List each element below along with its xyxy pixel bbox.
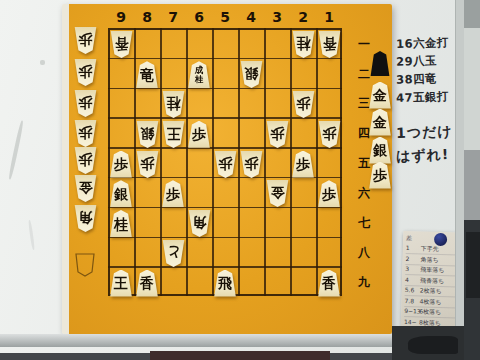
square-31[interactable] — [264, 28, 290, 57]
chair-silhouette — [466, 232, 480, 298]
square-38[interactable] — [264, 237, 290, 266]
note-line-2: 29八玉 — [396, 53, 438, 69]
square-15[interactable] — [316, 147, 342, 176]
square-53[interactable] — [212, 88, 238, 117]
square-68[interactable] — [186, 237, 212, 266]
square-87[interactable] — [134, 207, 160, 236]
square-18[interactable] — [316, 237, 342, 266]
square-33[interactable] — [264, 88, 290, 117]
paper-row-num: 7.8 — [404, 297, 419, 306]
square-79[interactable] — [160, 266, 186, 295]
square-66[interactable] — [186, 177, 212, 206]
square-57[interactable] — [212, 207, 238, 236]
square-48[interactable] — [238, 237, 264, 266]
piece-glyph: 歩 — [74, 147, 97, 174]
rank-label-8: 八 — [355, 244, 373, 261]
square-93[interactable] — [108, 88, 134, 117]
square-17[interactable] — [316, 207, 342, 236]
note-line-1: 16六金打 — [396, 35, 450, 52]
square-29[interactable] — [290, 266, 316, 295]
wall-top-right — [464, 0, 480, 28]
rank-label-1: 一 — [355, 36, 373, 53]
square-41[interactable] — [238, 28, 264, 57]
square-56[interactable] — [212, 177, 238, 206]
square-61[interactable] — [186, 28, 212, 57]
square-52[interactable] — [212, 58, 238, 87]
square-37[interactable] — [264, 207, 290, 236]
square-63[interactable] — [186, 88, 212, 117]
whiteboard-smudge — [40, 60, 45, 65]
square-69[interactable] — [186, 266, 212, 295]
square-46[interactable] — [238, 177, 264, 206]
note-comment-2: はずれ! — [396, 146, 450, 166]
paper-row-num: 4 — [405, 276, 420, 285]
whiteboard-smudge — [8, 120, 24, 180]
piece-glyph: 金 — [369, 109, 392, 136]
square-88[interactable] — [134, 237, 160, 266]
square-24[interactable] — [290, 117, 316, 146]
file-label-6: 6 — [186, 9, 212, 25]
square-77[interactable] — [160, 207, 186, 236]
piece-glyph: 金 — [369, 82, 392, 109]
rank-label-2: 二 — [355, 66, 373, 83]
file-label-5: 5 — [212, 9, 238, 25]
file-label-1: 1 — [316, 9, 342, 25]
square-98[interactable] — [108, 237, 134, 266]
note-line-3: 38四竜 — [396, 71, 438, 87]
piece-glyph: 歩 — [74, 90, 97, 117]
square-49[interactable] — [238, 266, 264, 295]
square-81[interactable] — [134, 28, 160, 57]
square-72[interactable] — [160, 58, 186, 87]
turn-marker[interactable] — [370, 51, 390, 76]
file-label-9: 9 — [108, 9, 134, 25]
piece-glyph: 金 — [74, 175, 97, 202]
square-27[interactable] — [290, 207, 316, 236]
whiteboard-tray — [0, 334, 392, 347]
note-comment-1: 1つだけ — [396, 123, 453, 143]
square-22[interactable] — [290, 58, 316, 87]
wall-right — [464, 150, 480, 220]
piece-outline-mark — [75, 253, 95, 277]
paper-row-num: 9~13 — [404, 307, 419, 316]
square-26[interactable] — [290, 177, 316, 206]
file-label-7: 7 — [160, 9, 186, 25]
piece-glyph: 角 — [74, 205, 97, 232]
file-label-8: 8 — [134, 9, 160, 25]
square-12[interactable] — [316, 58, 342, 87]
square-94[interactable] — [108, 117, 134, 146]
square-47[interactable] — [238, 207, 264, 236]
square-43[interactable] — [238, 88, 264, 117]
square-13[interactable] — [316, 88, 342, 117]
square-32[interactable] — [264, 58, 290, 87]
paper-row-num: 2 — [405, 255, 420, 264]
paper-row-num: 3 — [405, 265, 420, 274]
file-label-4: 4 — [238, 9, 264, 25]
rank-label-9: 九 — [355, 274, 373, 291]
square-83[interactable] — [134, 88, 160, 117]
square-58[interactable] — [212, 237, 238, 266]
rank-label-7: 七 — [355, 215, 373, 232]
dark-object-bottom-right — [408, 336, 458, 354]
square-54[interactable] — [212, 117, 238, 146]
piece-glyph: 歩 — [74, 27, 97, 54]
photo-of-demo-shogi-board: 987654321一二三四五六七八九香桂香竜成 桂銀桂歩銀王歩歩歩歩歩歩歩歩銀歩… — [0, 0, 480, 360]
whiteboard-smudge — [28, 220, 35, 250]
floor-red-strip — [150, 351, 330, 360]
window-right — [464, 28, 480, 152]
square-75[interactable] — [160, 147, 186, 176]
paper-row-num: 5.6 — [405, 286, 420, 295]
file-label-2: 2 — [290, 9, 316, 25]
piece-glyph: 歩 — [74, 59, 97, 86]
square-71[interactable] — [160, 28, 186, 57]
note-line-4: 47五銀打 — [396, 89, 450, 106]
paper-row-num: 1 — [406, 244, 421, 253]
square-65[interactable] — [186, 147, 212, 176]
demo-board: 987654321一二三四五六七八九香桂香竜成 桂銀桂歩銀王歩歩歩歩歩歩歩歩銀歩… — [62, 4, 392, 334]
square-44[interactable] — [238, 117, 264, 146]
square-86[interactable] — [134, 177, 160, 206]
square-51[interactable] — [212, 28, 238, 57]
square-39[interactable] — [264, 266, 290, 295]
paper-header-left: 差 — [406, 234, 412, 243]
file-label-3: 3 — [264, 9, 290, 25]
square-92[interactable] — [108, 58, 134, 87]
square-35[interactable] — [264, 147, 290, 176]
square-28[interactable] — [290, 237, 316, 266]
piece-glyph: 歩 — [74, 120, 97, 147]
